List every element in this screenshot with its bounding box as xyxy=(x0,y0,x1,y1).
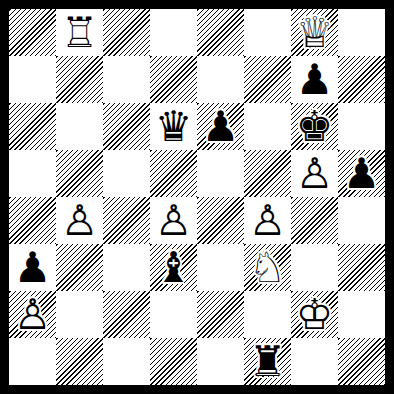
square-d6[interactable]: ♛♛ xyxy=(150,103,197,150)
square-e1[interactable] xyxy=(197,338,244,385)
white-pawn-icon: ♙ xyxy=(150,197,197,244)
square-a6[interactable] xyxy=(9,103,56,150)
piece-black-pawn[interactable]: ♟♟ xyxy=(291,56,338,103)
square-d7[interactable] xyxy=(150,56,197,103)
square-f4[interactable]: ♟♙ xyxy=(244,197,291,244)
square-h3[interactable] xyxy=(338,244,385,291)
square-d8[interactable] xyxy=(150,9,197,56)
white-knight-icon: ♘ xyxy=(244,244,291,291)
square-b6[interactable] xyxy=(56,103,103,150)
square-g1[interactable] xyxy=(291,338,338,385)
square-b2[interactable] xyxy=(56,291,103,338)
square-a1[interactable] xyxy=(9,338,56,385)
black-queen-icon: ♛ xyxy=(150,103,197,150)
piece-black-king[interactable]: ♚♚ xyxy=(291,103,338,150)
square-e8[interactable] xyxy=(197,9,244,56)
black-pawn-icon: ♟ xyxy=(9,244,56,291)
square-c5[interactable] xyxy=(103,150,150,197)
black-pawn-icon: ♟ xyxy=(291,56,338,103)
square-d1[interactable] xyxy=(150,338,197,385)
square-g8[interactable]: ♛♕ xyxy=(291,9,338,56)
piece-black-bishop[interactable]: ♝♝ xyxy=(150,244,197,291)
piece-black-pawn[interactable]: ♟♟ xyxy=(9,244,56,291)
square-h8[interactable] xyxy=(338,9,385,56)
square-d2[interactable] xyxy=(150,291,197,338)
piece-black-queen[interactable]: ♛♛ xyxy=(150,103,197,150)
square-e6[interactable]: ♟♟ xyxy=(197,103,244,150)
piece-white-king[interactable]: ♚♔ xyxy=(291,291,338,338)
square-g5[interactable]: ♟♙ xyxy=(291,150,338,197)
white-rook-icon: ♖ xyxy=(56,9,103,56)
piece-white-pawn[interactable]: ♟♙ xyxy=(9,291,56,338)
square-h4[interactable] xyxy=(338,197,385,244)
white-pawn-icon: ♙ xyxy=(9,291,56,338)
piece-white-pawn[interactable]: ♟♙ xyxy=(291,150,338,197)
square-e5[interactable] xyxy=(197,150,244,197)
square-f3[interactable]: ♞♘ xyxy=(244,244,291,291)
square-a2[interactable]: ♟♙ xyxy=(9,291,56,338)
square-d5[interactable] xyxy=(150,150,197,197)
white-pawn-icon: ♙ xyxy=(56,197,103,244)
square-b7[interactable] xyxy=(56,56,103,103)
square-g6[interactable]: ♚♚ xyxy=(291,103,338,150)
chess-board: ♜♖♛♕♟♟♛♛♟♟♚♚♟♙♟♟♟♙♟♙♟♙♟♟♝♝♞♘♟♙♚♔♜♜ xyxy=(9,9,385,385)
square-e2[interactable] xyxy=(197,291,244,338)
square-f8[interactable] xyxy=(244,9,291,56)
square-c4[interactable] xyxy=(103,197,150,244)
piece-white-pawn[interactable]: ♟♙ xyxy=(56,197,103,244)
square-f1[interactable]: ♜♜ xyxy=(244,338,291,385)
piece-white-rook[interactable]: ♜♖ xyxy=(56,9,103,56)
square-a3[interactable]: ♟♟ xyxy=(9,244,56,291)
piece-white-pawn[interactable]: ♟♙ xyxy=(150,197,197,244)
square-e7[interactable] xyxy=(197,56,244,103)
square-d3[interactable]: ♝♝ xyxy=(150,244,197,291)
square-c3[interactable] xyxy=(103,244,150,291)
piece-black-pawn[interactable]: ♟♟ xyxy=(338,150,385,197)
square-e3[interactable] xyxy=(197,244,244,291)
square-e4[interactable] xyxy=(197,197,244,244)
board-frame: ♜♖♛♕♟♟♛♛♟♟♚♚♟♙♟♟♟♙♟♙♟♙♟♟♝♝♞♘♟♙♚♔♜♜ xyxy=(0,0,394,394)
square-b3[interactable] xyxy=(56,244,103,291)
black-bishop-icon: ♝ xyxy=(150,244,197,291)
square-c2[interactable] xyxy=(103,291,150,338)
square-f5[interactable] xyxy=(244,150,291,197)
square-c6[interactable] xyxy=(103,103,150,150)
piece-white-knight[interactable]: ♞♘ xyxy=(244,244,291,291)
square-h7[interactable] xyxy=(338,56,385,103)
square-a8[interactable] xyxy=(9,9,56,56)
piece-white-pawn[interactable]: ♟♙ xyxy=(244,197,291,244)
square-a5[interactable] xyxy=(9,150,56,197)
piece-black-rook[interactable]: ♜♜ xyxy=(244,338,291,385)
black-king-icon: ♚ xyxy=(291,103,338,150)
square-a7[interactable] xyxy=(9,56,56,103)
square-b4[interactable]: ♟♙ xyxy=(56,197,103,244)
white-pawn-icon: ♙ xyxy=(244,197,291,244)
black-pawn-icon: ♟ xyxy=(197,103,244,150)
square-b1[interactable] xyxy=(56,338,103,385)
white-queen-icon: ♕ xyxy=(291,9,338,56)
square-g4[interactable] xyxy=(291,197,338,244)
square-h6[interactable] xyxy=(338,103,385,150)
square-c7[interactable] xyxy=(103,56,150,103)
square-b5[interactable] xyxy=(56,150,103,197)
square-f7[interactable] xyxy=(244,56,291,103)
square-f6[interactable] xyxy=(244,103,291,150)
black-rook-icon: ♜ xyxy=(244,338,291,385)
square-a4[interactable] xyxy=(9,197,56,244)
square-f2[interactable] xyxy=(244,291,291,338)
square-g2[interactable]: ♚♔ xyxy=(291,291,338,338)
square-g7[interactable]: ♟♟ xyxy=(291,56,338,103)
square-g3[interactable] xyxy=(291,244,338,291)
square-c1[interactable] xyxy=(103,338,150,385)
square-c8[interactable] xyxy=(103,9,150,56)
black-pawn-icon: ♟ xyxy=(338,150,385,197)
piece-black-pawn[interactable]: ♟♟ xyxy=(197,103,244,150)
white-king-icon: ♔ xyxy=(291,291,338,338)
square-d4[interactable]: ♟♙ xyxy=(150,197,197,244)
white-pawn-icon: ♙ xyxy=(291,150,338,197)
piece-white-queen[interactable]: ♛♕ xyxy=(291,9,338,56)
square-h1[interactable] xyxy=(338,338,385,385)
square-b8[interactable]: ♜♖ xyxy=(56,9,103,56)
square-h5[interactable]: ♟♟ xyxy=(338,150,385,197)
square-h2[interactable] xyxy=(338,291,385,338)
